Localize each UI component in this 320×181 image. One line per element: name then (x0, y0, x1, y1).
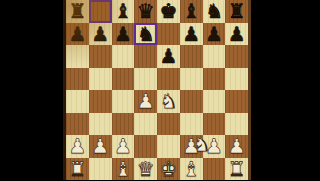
square-f7[interactable]: ♟ (180, 23, 203, 46)
square-f8[interactable]: ♝ (180, 0, 203, 23)
square-b4[interactable] (89, 90, 112, 113)
square-e6[interactable]: ♟ (157, 45, 180, 68)
square-c6[interactable] (112, 45, 135, 68)
white-bishop-f1[interactable]: ♝ (182, 159, 200, 179)
black-knight-d7[interactable]: ♞ (137, 24, 155, 44)
square-b3[interactable] (89, 113, 112, 136)
square-c3[interactable] (112, 113, 135, 136)
white-pawn-h2[interactable]: ♟ (228, 136, 246, 156)
square-a6[interactable] (66, 45, 89, 68)
square-d4[interactable]: ♟ (134, 90, 157, 113)
square-e4[interactable]: ♞ (157, 90, 180, 113)
black-queen-d8[interactable]: ♛ (137, 1, 155, 21)
square-h8[interactable]: ♜ (225, 0, 248, 23)
square-c1[interactable]: ♝ (112, 158, 135, 181)
square-g5[interactable] (203, 68, 226, 91)
white-queen-d1[interactable]: ♛ (137, 159, 155, 179)
square-a7[interactable]: ♟ (66, 23, 89, 46)
white-rook-h1[interactable]: ♜ (228, 159, 246, 179)
square-a8[interactable]: ♜ (66, 0, 89, 23)
square-e1[interactable]: ♚ (157, 158, 180, 181)
black-pawn-c7[interactable]: ♟ (114, 24, 132, 44)
square-a1[interactable]: ♜ (66, 158, 89, 181)
square-b1[interactable] (89, 158, 112, 181)
white-rook-a1[interactable]: ♜ (68, 159, 86, 179)
square-a2[interactable]: ♟ (66, 135, 89, 158)
square-h6[interactable] (225, 45, 248, 68)
square-g2[interactable]: ♟ (203, 135, 226, 158)
square-d8[interactable]: ♛ (134, 0, 157, 23)
square-b7[interactable]: ♟ (89, 23, 112, 46)
black-pawn-a7[interactable]: ♟ (68, 24, 86, 44)
square-h5[interactable] (225, 68, 248, 91)
square-h4[interactable] (225, 90, 248, 113)
white-pawn-g2[interactable]: ♟ (205, 136, 223, 156)
square-f3[interactable] (180, 113, 203, 136)
white-knight-e4[interactable]: ♞ (159, 91, 177, 111)
square-c4[interactable] (112, 90, 135, 113)
square-f6[interactable] (180, 45, 203, 68)
square-g6[interactable] (203, 45, 226, 68)
square-e3[interactable] (157, 113, 180, 136)
board-right-edge (248, 0, 251, 180)
square-f4[interactable] (180, 90, 203, 113)
black-pawn-g7[interactable]: ♟ (205, 24, 223, 44)
square-b8[interactable] (89, 0, 112, 23)
square-g3[interactable] (203, 113, 226, 136)
square-b5[interactable] (89, 68, 112, 91)
white-pawn-d4[interactable]: ♟ (137, 91, 155, 111)
square-d1[interactable]: ♛ (134, 158, 157, 181)
square-h7[interactable]: ♟ (225, 23, 248, 46)
square-d3[interactable] (134, 113, 157, 136)
square-g7[interactable]: ♟ (203, 23, 226, 46)
square-h1[interactable]: ♜ (225, 158, 248, 181)
square-h2[interactable]: ♟ (225, 135, 248, 158)
square-f5[interactable] (180, 68, 203, 91)
square-d6[interactable] (134, 45, 157, 68)
square-e7[interactable] (157, 23, 180, 46)
square-d7[interactable]: ♞ (134, 23, 157, 46)
black-pawn-b7[interactable]: ♟ (91, 24, 109, 44)
square-c8[interactable]: ♝ (112, 0, 135, 23)
square-g8[interactable]: ♞ (203, 0, 226, 23)
black-king-e8[interactable]: ♚ (159, 1, 177, 21)
square-a4[interactable] (66, 90, 89, 113)
square-a5[interactable] (66, 68, 89, 91)
white-pawn-b2[interactable]: ♟ (91, 136, 109, 156)
white-pawn-f2[interactable]: ♟ (182, 136, 200, 156)
black-bishop-f8[interactable]: ♝ (182, 1, 200, 21)
black-pawn-e6[interactable]: ♟ (159, 46, 177, 66)
white-king-e1[interactable]: ♚ (159, 159, 177, 179)
square-e5[interactable] (157, 68, 180, 91)
square-e8[interactable]: ♚ (157, 0, 180, 23)
square-g4[interactable] (203, 90, 226, 113)
video-frame: ♜♝♛♚♝♞♜♟♟♟♞♟♟♟♟♟♞♟♟♟♟♟♟♜♝♛♚♝♜♞ (0, 0, 320, 180)
square-b2[interactable]: ♟ (89, 135, 112, 158)
black-rook-a8[interactable]: ♜ (68, 1, 86, 21)
white-bishop-c1[interactable]: ♝ (114, 159, 132, 179)
square-e2[interactable] (157, 135, 180, 158)
square-c5[interactable] (112, 68, 135, 91)
black-bishop-c8[interactable]: ♝ (114, 1, 132, 21)
black-rook-h8[interactable]: ♜ (228, 1, 246, 21)
black-knight-g8[interactable]: ♞ (205, 1, 223, 21)
chess-board[interactable]: ♜♝♛♚♝♞♜♟♟♟♞♟♟♟♟♟♞♟♟♟♟♟♟♜♝♛♚♝♜♞ (66, 0, 248, 180)
black-pawn-h7[interactable]: ♟ (228, 24, 246, 44)
square-f1[interactable]: ♝ (180, 158, 203, 181)
square-h3[interactable] (225, 113, 248, 136)
square-f2[interactable]: ♟ (180, 135, 203, 158)
white-pawn-a2[interactable]: ♟ (68, 136, 86, 156)
square-c7[interactable]: ♟ (112, 23, 135, 46)
white-pawn-c2[interactable]: ♟ (114, 136, 132, 156)
square-g1[interactable] (203, 158, 226, 181)
square-a3[interactable] (66, 113, 89, 136)
square-d5[interactable] (134, 68, 157, 91)
square-d2[interactable] (134, 135, 157, 158)
square-c2[interactable]: ♟ (112, 135, 135, 158)
black-pawn-f7[interactable]: ♟ (182, 24, 200, 44)
square-b6[interactable] (89, 45, 112, 68)
